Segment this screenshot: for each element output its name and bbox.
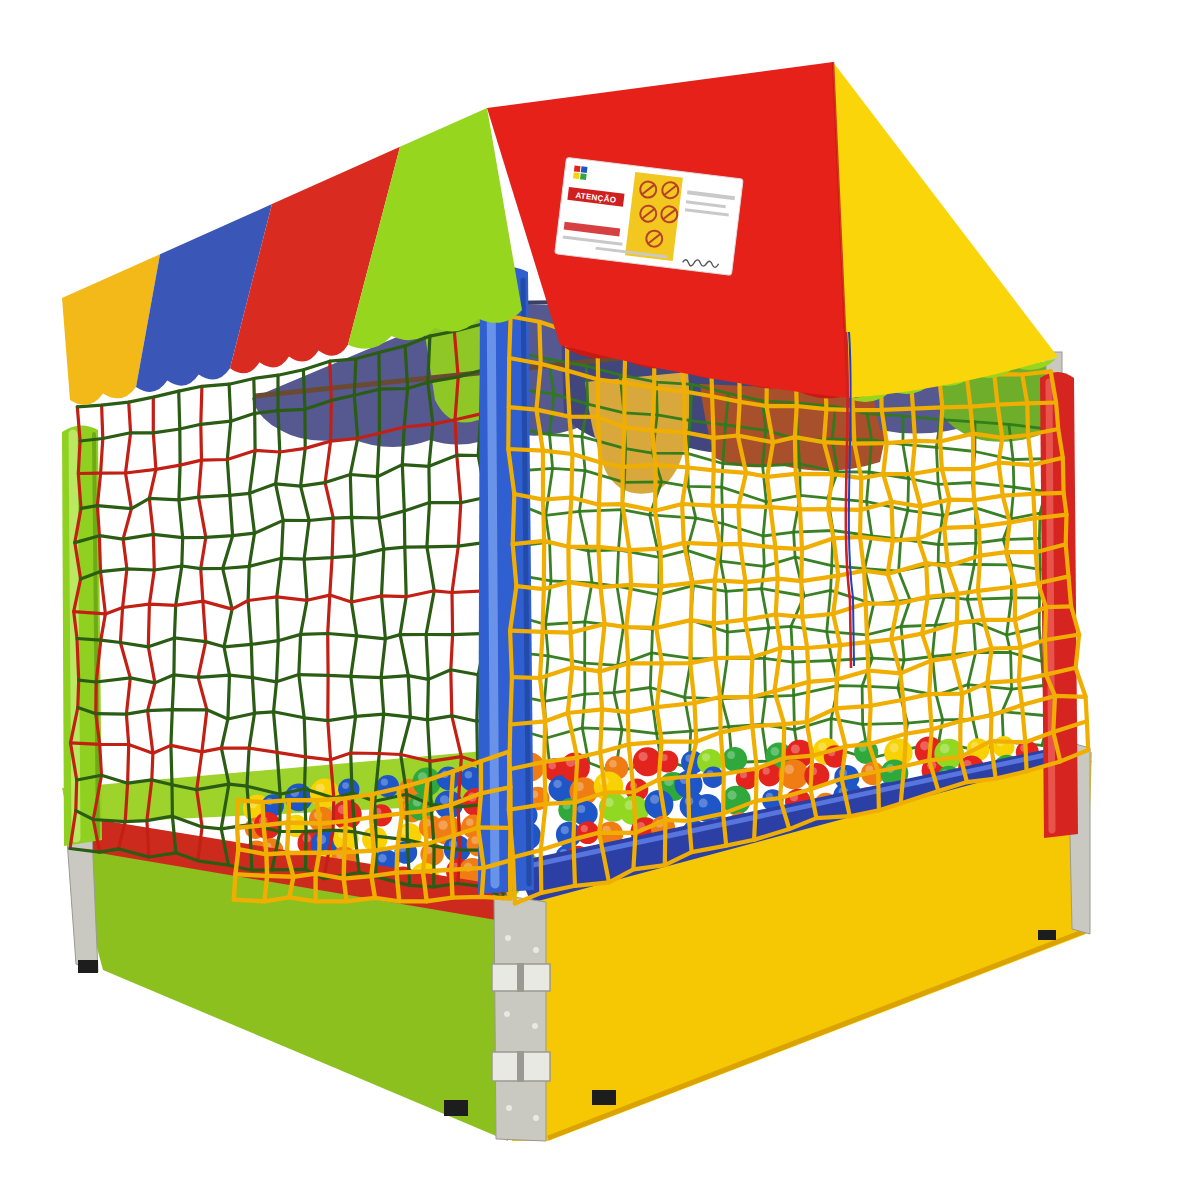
ball-highlight <box>440 795 449 804</box>
foot-left <box>78 960 98 973</box>
label-logo-sq1 <box>574 165 581 172</box>
metal-corner-strip-front <box>494 894 546 1141</box>
ball-highlight <box>727 791 736 800</box>
ball-highlight <box>466 819 474 827</box>
rivet <box>533 1115 539 1121</box>
net-strand-horizontal <box>75 495 502 542</box>
net-strand-horizontal <box>77 622 505 647</box>
ball-highlight <box>784 765 794 775</box>
ball <box>993 736 1015 758</box>
ball-highlight <box>771 747 780 756</box>
net-strand-vertical <box>344 798 347 901</box>
net-strand-horizontal <box>74 582 511 614</box>
ball-highlight <box>639 752 648 761</box>
rivet <box>532 1023 538 1029</box>
net-strand-horizontal <box>71 743 512 763</box>
ball-highlight <box>553 780 561 788</box>
ball-highlight <box>702 753 710 761</box>
ball-pit-product-photo: ATENÇÃO <box>0 0 1200 1200</box>
ball-highlight <box>699 799 708 808</box>
ball-highlight <box>791 745 800 754</box>
ball-highlight <box>650 795 659 804</box>
foot-front-left <box>444 1100 468 1116</box>
ball <box>723 747 748 772</box>
front-hinge-upper-pin <box>517 963 524 992</box>
foot-right <box>1038 930 1056 940</box>
rivet <box>504 1011 510 1017</box>
label-logo-sq2 <box>581 166 588 173</box>
label-logo-sq3 <box>573 172 580 179</box>
ball-highlight <box>727 751 735 759</box>
ball-highlight <box>342 782 349 789</box>
rivet <box>506 1105 512 1111</box>
ball-pit-scene: ATENÇÃO <box>0 0 1200 1200</box>
ball-highlight <box>890 743 899 752</box>
ball-highlight <box>465 771 473 779</box>
foot-front-right <box>592 1090 616 1105</box>
ball-highlight <box>609 760 617 768</box>
net-strand-horizontal <box>81 447 508 508</box>
ball-highlight <box>920 741 929 750</box>
ball-highlight <box>438 820 447 829</box>
front-hinge-lower-pin <box>517 1051 524 1082</box>
rivet <box>533 947 539 953</box>
net-strand-horizontal <box>81 539 507 579</box>
ball <box>645 790 674 819</box>
ball-highlight <box>378 854 386 862</box>
net-strand-horizontal <box>78 708 508 722</box>
ball-highlight <box>577 805 585 813</box>
ball-highlight <box>561 826 569 834</box>
ball-highlight <box>763 768 770 775</box>
net-strand-horizontal <box>79 670 506 683</box>
ball-highlight <box>581 825 588 832</box>
label-logo-sq4 <box>580 173 587 180</box>
ball-highlight <box>940 744 950 754</box>
ball-highlight <box>381 779 388 786</box>
net-strand-vertical <box>509 752 511 899</box>
rivet <box>505 935 511 941</box>
roof-gable-yellow <box>833 62 1058 398</box>
front-post-blue <box>478 250 534 894</box>
ball-highlight <box>818 742 827 751</box>
